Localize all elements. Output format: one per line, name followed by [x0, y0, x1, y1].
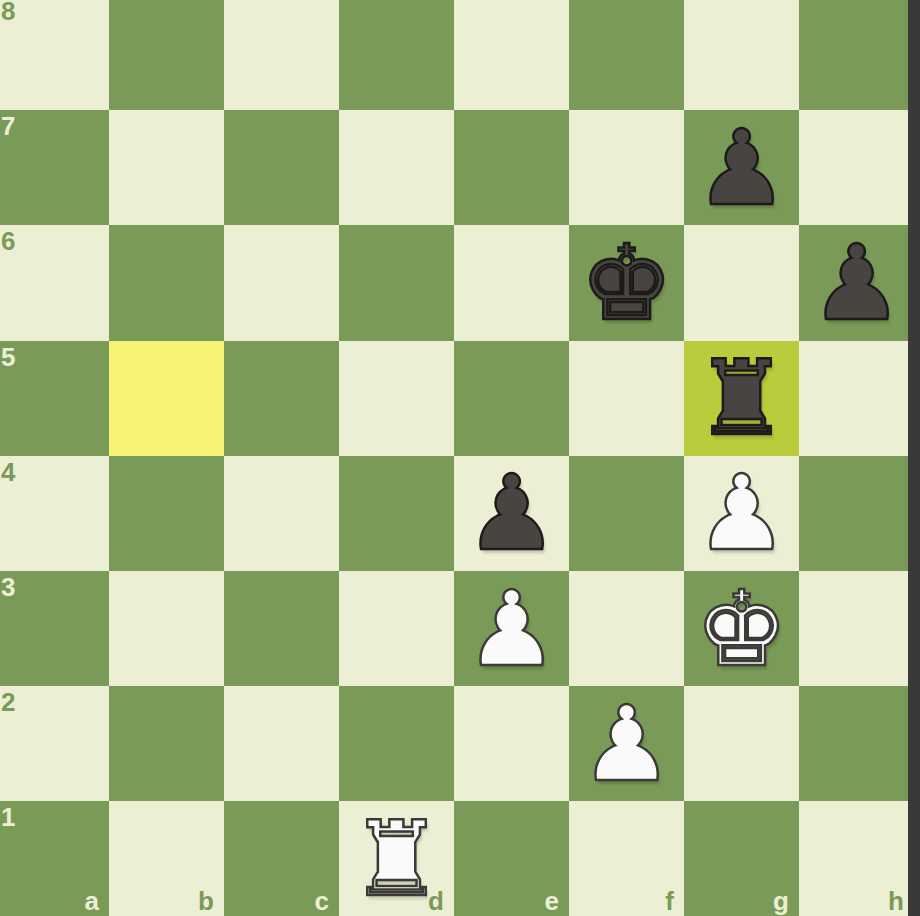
square-c7[interactable] [224, 110, 339, 225]
square-b1[interactable]: b [109, 801, 224, 916]
square-g3[interactable]: ♚ [684, 571, 799, 686]
square-g5-lastmove-to[interactable]: ♜ [684, 341, 799, 456]
square-b8[interactable] [109, 0, 224, 110]
square-a5[interactable]: 5 [0, 341, 109, 456]
rank-label-3: 3 [1, 574, 15, 600]
square-b5-lastmove-from[interactable] [109, 341, 224, 456]
square-e1[interactable]: e [454, 801, 569, 916]
square-b6[interactable] [109, 225, 224, 340]
square-b3[interactable] [109, 571, 224, 686]
square-c3[interactable] [224, 571, 339, 686]
file-label-a: a [85, 888, 99, 914]
square-f1[interactable]: f [569, 801, 684, 916]
square-c6[interactable] [224, 225, 339, 340]
square-f6[interactable]: ♚ [569, 225, 684, 340]
square-a4[interactable]: 4 [0, 456, 109, 571]
square-a3[interactable]: 3 [0, 571, 109, 686]
square-f7[interactable] [569, 110, 684, 225]
square-h7[interactable] [799, 110, 914, 225]
square-a6[interactable]: 6 [0, 225, 109, 340]
black-pawn-e4[interactable]: ♟ [454, 456, 569, 571]
square-g4[interactable]: ♟ [684, 456, 799, 571]
rank-label-1: 1 [1, 804, 15, 830]
right-panel-strip [908, 0, 920, 916]
square-b4[interactable] [109, 456, 224, 571]
square-e6[interactable] [454, 225, 569, 340]
square-a8[interactable]: 8 [0, 0, 109, 110]
square-g8[interactable] [684, 0, 799, 110]
rank-label-4: 4 [1, 459, 15, 485]
square-h3[interactable] [799, 571, 914, 686]
square-h2[interactable] [799, 686, 914, 801]
file-label-c: c [315, 888, 329, 914]
square-b7[interactable] [109, 110, 224, 225]
square-d1[interactable]: d♜ [339, 801, 454, 916]
square-a1[interactable]: 1a [0, 801, 109, 916]
square-d3[interactable] [339, 571, 454, 686]
rank-label-7: 7 [1, 113, 15, 139]
square-h6[interactable]: ♟ [799, 225, 914, 340]
rank-label-6: 6 [1, 228, 15, 254]
square-d2[interactable] [339, 686, 454, 801]
square-c5[interactable] [224, 341, 339, 456]
square-d7[interactable] [339, 110, 454, 225]
square-g2[interactable] [684, 686, 799, 801]
rank-label-8: 8 [1, 0, 15, 24]
square-c1[interactable]: c [224, 801, 339, 916]
square-c4[interactable] [224, 456, 339, 571]
square-e5[interactable] [454, 341, 569, 456]
white-pawn-g4[interactable]: ♟ [684, 456, 799, 571]
file-label-e: e [545, 888, 559, 914]
black-pawn-g7[interactable]: ♟ [684, 110, 799, 225]
chess-board: 87♟6♚♟5♜4♟♟3♟♚2♟1abcd♜efgh [0, 0, 914, 916]
square-h5[interactable] [799, 341, 914, 456]
square-f2[interactable]: ♟ [569, 686, 684, 801]
square-f8[interactable] [569, 0, 684, 110]
square-d8[interactable] [339, 0, 454, 110]
square-e4[interactable]: ♟ [454, 456, 569, 571]
square-e3[interactable]: ♟ [454, 571, 569, 686]
square-d5[interactable] [339, 341, 454, 456]
black-king-f6[interactable]: ♚ [569, 225, 684, 340]
square-g7[interactable]: ♟ [684, 110, 799, 225]
file-label-h: h [888, 888, 904, 914]
file-label-f: f [665, 888, 674, 914]
rank-label-5: 5 [1, 344, 15, 370]
square-f3[interactable] [569, 571, 684, 686]
square-h1[interactable]: h [799, 801, 914, 916]
square-e7[interactable] [454, 110, 569, 225]
file-label-b: b [198, 888, 214, 914]
square-g1[interactable]: g [684, 801, 799, 916]
square-c8[interactable] [224, 0, 339, 110]
white-rook-d1[interactable]: ♜ [339, 801, 454, 916]
square-c2[interactable] [224, 686, 339, 801]
white-pawn-e3[interactable]: ♟ [454, 571, 569, 686]
square-d6[interactable] [339, 225, 454, 340]
white-king-g3[interactable]: ♚ [684, 571, 799, 686]
square-b2[interactable] [109, 686, 224, 801]
square-d4[interactable] [339, 456, 454, 571]
square-f5[interactable] [569, 341, 684, 456]
rank-label-2: 2 [1, 689, 15, 715]
square-e2[interactable] [454, 686, 569, 801]
chess-app-screen: 87♟6♚♟5♜4♟♟3♟♚2♟1abcd♜efgh [0, 0, 920, 916]
square-e8[interactable] [454, 0, 569, 110]
square-a7[interactable]: 7 [0, 110, 109, 225]
square-h8[interactable] [799, 0, 914, 110]
square-g6[interactable] [684, 225, 799, 340]
square-h4[interactable] [799, 456, 914, 571]
square-a2[interactable]: 2 [0, 686, 109, 801]
black-rook-g5[interactable]: ♜ [684, 341, 799, 456]
black-pawn-h6[interactable]: ♟ [799, 225, 914, 340]
file-label-g: g [773, 888, 789, 914]
square-f4[interactable] [569, 456, 684, 571]
white-pawn-f2[interactable]: ♟ [569, 686, 684, 801]
